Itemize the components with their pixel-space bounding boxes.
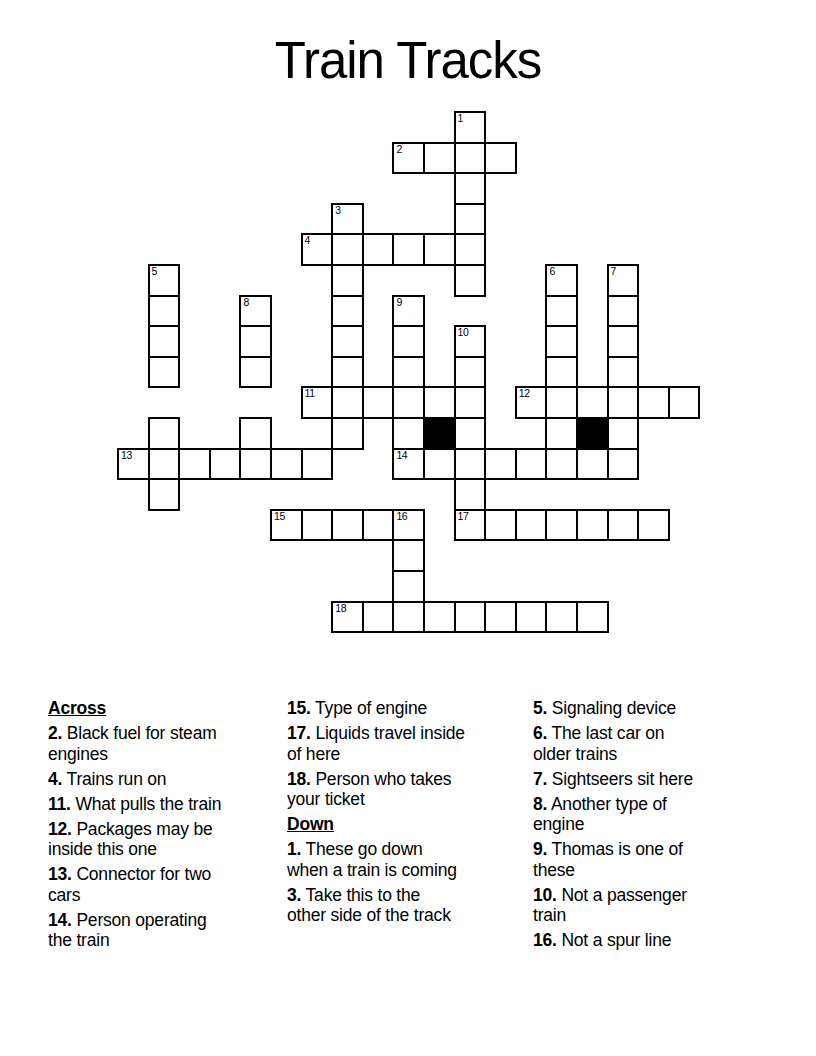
grid-cell[interactable]: 6 (545, 264, 578, 297)
grid-cell[interactable] (576, 509, 609, 542)
clue-item: 15. Type of engine (287, 698, 533, 719)
grid-cell[interactable] (454, 356, 487, 389)
grid-cell[interactable] (607, 295, 640, 328)
clue-item: 14. Person operatingthe train (48, 910, 286, 951)
clue-item-number: 15. (287, 698, 311, 718)
grid-cell[interactable]: 17 (454, 509, 487, 542)
clue-item: 7. Sightseers sit here (533, 769, 777, 790)
grid-cell[interactable] (607, 325, 640, 358)
clue-number: 15 (274, 511, 285, 522)
grid-cell[interactable]: 14 (392, 448, 425, 481)
grid-cell[interactable] (331, 264, 364, 297)
grid-cell[interactable] (423, 448, 456, 481)
clue-item: 2. Black fuel for steamengines (48, 723, 286, 764)
clue-item: 16. Not a spur line (533, 930, 777, 951)
grid-cell[interactable] (392, 233, 425, 266)
grid-cell[interactable] (668, 386, 701, 419)
grid-cell[interactable] (454, 172, 487, 205)
grid-cell[interactable] (576, 601, 609, 634)
grid-cell[interactable] (362, 509, 395, 542)
grid-cell[interactable] (362, 386, 395, 419)
grid-cell[interactable] (239, 417, 272, 450)
grid-cell[interactable]: 5 (148, 264, 181, 297)
grid-cell[interactable] (515, 509, 548, 542)
black-cell (576, 417, 609, 450)
clue-number: 1 (458, 113, 463, 124)
grid-cell[interactable] (331, 233, 364, 266)
grid-cell[interactable] (301, 509, 334, 542)
clue-number: 8 (243, 297, 248, 308)
clue-item-number: 18. (287, 769, 311, 789)
clue-item: 5. Signaling device (533, 698, 777, 719)
clue-item: 11. What pulls the train (48, 794, 286, 815)
grid-cell[interactable]: 7 (607, 264, 640, 297)
clue-item-number: 7. (533, 769, 547, 789)
grid-cell[interactable] (148, 356, 181, 389)
grid-cell[interactable] (362, 233, 395, 266)
clue-list-header: Across (48, 698, 286, 719)
grid-cell[interactable] (576, 386, 609, 419)
grid-cell[interactable] (515, 448, 548, 481)
clue-item: 13. Connector for twocars (48, 864, 286, 905)
grid-cell[interactable]: 15 (270, 509, 303, 542)
clue-item: 3. Take this to theother side of the tra… (287, 885, 533, 926)
clue-item-number: 12. (48, 819, 72, 839)
grid-cell[interactable] (209, 448, 242, 481)
clue-item-number: 4. (48, 769, 62, 789)
clue-number: 11 (305, 388, 315, 399)
clue-item: 1. These go downwhen a train is coming (287, 839, 533, 880)
grid-cell[interactable] (331, 295, 364, 328)
clue-item-number: 3. (287, 885, 301, 905)
clue-number: 2 (396, 144, 401, 155)
grid-cell[interactable] (545, 509, 578, 542)
grid-cell[interactable] (484, 509, 517, 542)
clue-item-number: 6. (533, 723, 547, 743)
clue-number: 7 (611, 266, 616, 277)
clue-item-number: 10. (533, 885, 557, 905)
grid-cell[interactable]: 4 (301, 233, 334, 266)
grid-cell[interactable] (331, 386, 364, 419)
grid-cell[interactable] (637, 386, 670, 419)
grid-cell[interactable]: 16 (392, 509, 425, 542)
grid-cell[interactable] (148, 448, 181, 481)
grid-cell[interactable] (515, 601, 548, 634)
clue-number: 17 (458, 511, 469, 522)
clues-column-3: 5. Signaling device6. The last car onold… (533, 698, 777, 955)
grid-cell[interactable] (454, 417, 487, 450)
grid-cell[interactable] (607, 356, 640, 389)
grid-cell[interactable]: 10 (454, 325, 487, 358)
black-cell (423, 417, 456, 450)
clue-item: 4. Trains run on (48, 769, 286, 790)
grid-cell[interactable] (545, 325, 578, 358)
grid-cell[interactable] (392, 325, 425, 358)
grid-cell[interactable] (331, 509, 364, 542)
grid-cell[interactable] (423, 601, 456, 634)
clue-item-number: 17. (287, 723, 311, 743)
grid-cell[interactable] (545, 601, 578, 634)
grid-cell[interactable]: 12 (515, 386, 548, 419)
grid-cell[interactable] (178, 448, 211, 481)
grid-cell[interactable] (392, 386, 425, 419)
clue-number: 16 (396, 511, 407, 522)
clue-number: 10 (458, 327, 469, 338)
grid-cell[interactable] (454, 601, 487, 634)
clue-item: 12. Packages may beinside this one (48, 819, 286, 860)
clue-number: 4 (305, 235, 310, 246)
grid-cell[interactable]: 18 (331, 601, 364, 634)
grid-cell[interactable] (423, 233, 456, 266)
clues-column-2: 15. Type of engine17. Liquids travel ins… (287, 698, 533, 930)
grid-cell[interactable] (392, 356, 425, 389)
grid-cell[interactable] (607, 386, 640, 419)
grid-cell[interactable] (576, 448, 609, 481)
grid-cell[interactable] (454, 478, 487, 511)
grid-cell[interactable] (545, 386, 578, 419)
grid-cell[interactable]: 1 (454, 111, 487, 144)
grid-cell[interactable] (454, 233, 487, 266)
clue-number: 5 (152, 266, 157, 277)
clue-item-number: 8. (533, 794, 547, 814)
clue-number: 6 (549, 266, 554, 277)
clue-number: 9 (396, 297, 401, 308)
grid-cell[interactable] (545, 448, 578, 481)
clue-number: 3 (335, 205, 340, 216)
grid-cell[interactable] (392, 570, 425, 603)
grid-cell[interactable] (270, 448, 303, 481)
clue-item-number: 11. (48, 794, 71, 814)
grid-cell[interactable] (454, 448, 487, 481)
grid-cell[interactable] (331, 325, 364, 358)
crossword-grid: 123456789101112131415161718 (117, 111, 701, 634)
grid-cell[interactable]: 11 (301, 386, 334, 419)
grid-cell[interactable] (392, 417, 425, 450)
grid-cell[interactable] (148, 325, 181, 358)
grid-cell[interactable] (637, 509, 670, 542)
clue-item: 18. Person who takesyour ticket (287, 769, 533, 810)
grid-cell[interactable] (607, 448, 640, 481)
grid-cell[interactable] (484, 142, 517, 175)
grid-cell[interactable] (148, 478, 181, 511)
clue-item-number: 14. (48, 910, 72, 930)
clue-number: 14 (396, 450, 407, 461)
grid-cell[interactable] (392, 601, 425, 634)
grid-cell[interactable] (484, 601, 517, 634)
clue-list-header: Down (287, 814, 533, 835)
grid-cell[interactable] (148, 295, 181, 328)
grid-cell[interactable] (423, 142, 456, 175)
clue-number: 18 (335, 603, 346, 614)
clue-item: 6. The last car onolder trains (533, 723, 777, 764)
clue-item-number: 1. (287, 839, 301, 859)
grid-cell[interactable] (239, 356, 272, 389)
clue-item-number: 2. (48, 723, 62, 743)
grid-cell[interactable] (545, 417, 578, 450)
clues-column-1: Across2. Black fuel for steamengines4. T… (48, 698, 286, 955)
grid-cell[interactable]: 3 (331, 203, 364, 236)
clue-item: 10. Not a passengertrain (533, 885, 777, 926)
grid-cell[interactable]: 13 (117, 448, 150, 481)
grid-cell[interactable] (392, 539, 425, 572)
grid-cell[interactable] (484, 448, 517, 481)
grid-cell[interactable] (148, 417, 181, 450)
clue-item-number: 9. (533, 839, 547, 859)
grid-cell[interactable] (607, 417, 640, 450)
grid-cell[interactable] (454, 264, 487, 297)
clue-number: 12 (519, 388, 530, 399)
grid-cell[interactable] (454, 142, 487, 175)
clue-item: 17. Liquids travel insideof here (287, 723, 533, 764)
grid-cell[interactable]: 9 (392, 295, 425, 328)
grid-cell[interactable] (423, 386, 456, 419)
clue-item: 9. Thomas is one ofthese (533, 839, 777, 880)
puzzle-title: Train Tracks (0, 33, 816, 89)
grid-cell[interactable] (454, 203, 487, 236)
grid-cell[interactable] (545, 295, 578, 328)
grid-cell[interactable] (362, 601, 395, 634)
grid-cell[interactable] (545, 356, 578, 389)
grid-cell[interactable] (239, 448, 272, 481)
grid-cell[interactable]: 2 (392, 142, 425, 175)
grid-cell[interactable] (607, 509, 640, 542)
clue-item-number: 16. (533, 930, 557, 950)
clue-item-number: 5. (533, 698, 547, 718)
grid-cell[interactable] (454, 386, 487, 419)
clue-item-number: 13. (48, 864, 72, 884)
grid-cell[interactable] (331, 417, 364, 450)
grid-cell[interactable] (331, 356, 364, 389)
clue-number: 13 (121, 450, 132, 461)
grid-cell[interactable] (301, 448, 334, 481)
grid-cell[interactable] (239, 325, 272, 358)
grid-cell[interactable]: 8 (239, 295, 272, 328)
clue-item: 8. Another type ofengine (533, 794, 777, 835)
